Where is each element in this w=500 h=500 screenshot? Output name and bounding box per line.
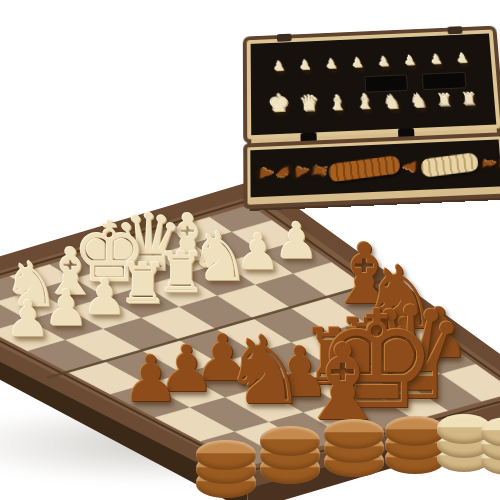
accessory-slot bbox=[364, 75, 408, 92]
case-brown-rook-lying: ♜ bbox=[310, 162, 328, 179]
case-white-pawn: ♟ bbox=[326, 56, 338, 71]
case-white-pawn: ♟ bbox=[404, 53, 416, 68]
case-white-king: ♚ bbox=[268, 89, 290, 117]
storage-case: ♟♟♟♟♟♟♟♟ ♚♛♝♝♞♞♜♜ ♟♞♟♜♟♝♟ bbox=[244, 27, 500, 198]
case-base: ♟♞♟♜♟♝♟ bbox=[247, 136, 500, 204]
case-brown-pawn-lying: ♟ bbox=[402, 159, 419, 174]
case-white-pawn: ♟ bbox=[456, 51, 469, 66]
clasp-icon bbox=[448, 26, 463, 34]
case-white-pawn: ♟ bbox=[352, 55, 364, 70]
lid-pawn-row: ♟♟♟♟♟♟♟♟ bbox=[251, 50, 492, 75]
case-lid: ♟♟♟♟♟♟♟♟ ♚♛♝♝♞♞♜♜ bbox=[247, 30, 500, 140]
case-white-rook: ♜ bbox=[461, 89, 478, 109]
case-white-pawn: ♟ bbox=[273, 59, 285, 74]
case-white-rook: ♜ bbox=[436, 90, 452, 110]
case-checkers-roll bbox=[420, 152, 479, 178]
case-white-pawn: ♟ bbox=[299, 57, 311, 72]
case-white-pawn: ♟ bbox=[430, 52, 442, 67]
product-photo: ♟♝♟♛♞♚♜♝♜♝♞♟♟♞♟♟♟♜♟♜♟♟♟♛♞♚♝ ♟♟♟♟♟♟♟♟ ♚♛♝… bbox=[0, 0, 500, 500]
case-white-queen: ♛ bbox=[299, 91, 319, 116]
accessory-slot bbox=[422, 72, 466, 89]
case-base-felt: ♟♞♟♜♟♝♟ bbox=[250, 139, 500, 197]
case-checkers-roll bbox=[328, 155, 401, 183]
case-white-pawn: ♟ bbox=[378, 54, 390, 69]
case-white-bishop: ♝ bbox=[328, 91, 347, 115]
case-white-knight: ♞ bbox=[409, 89, 427, 111]
case-brown-knight-lying: ♞ bbox=[274, 163, 293, 181]
case-white-knight: ♞ bbox=[383, 90, 401, 112]
case-brown-pawn-lying: ♟ bbox=[292, 163, 310, 180]
case-brown-bishop-lying: ♝ bbox=[480, 156, 497, 171]
case-white-bishop: ♝ bbox=[356, 89, 375, 113]
storage-case-body: ♟♟♟♟♟♟♟♟ ♚♛♝♝♞♞♜♜ ♟♞♟♜♟♝♟ bbox=[247, 30, 500, 199]
clasp-icon bbox=[277, 34, 292, 42]
